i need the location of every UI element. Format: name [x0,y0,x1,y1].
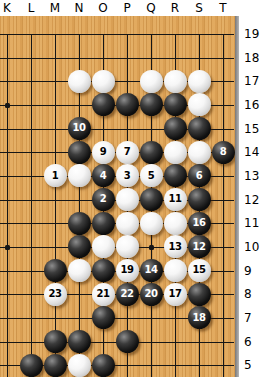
move-number: 20 [145,289,158,299]
stone-white-N17[interactable] [68,70,91,93]
stone-black-L5[interactable] [20,354,43,377]
move-number: 1 [52,171,58,181]
stone-white-R17[interactable] [164,70,187,93]
move-number: 2 [100,194,106,204]
column-labels: KLMNOPQRST [0,0,260,16]
stone-black-N15[interactable]: 10 [68,117,91,140]
stone-white-P10[interactable] [116,235,139,258]
stone-white-Q17[interactable] [140,70,163,93]
move-number: 22 [121,289,134,299]
column-label-S: S [195,1,203,15]
stone-white-S16[interactable] [188,93,211,116]
row-label-6: 6 [244,335,252,349]
stone-black-Q12[interactable] [140,188,163,211]
column-label-Q: Q [146,1,155,15]
stone-black-O9[interactable] [92,259,115,282]
stone-white-Q13[interactable]: 5 [140,164,163,187]
stone-black-O16[interactable] [92,93,115,116]
column-label-N: N [75,1,84,15]
move-number: 17 [169,289,182,299]
stone-white-O8[interactable]: 21 [92,283,115,306]
move-number: 10 [73,123,86,133]
column-label-P: P [123,1,130,15]
stone-white-P11[interactable] [116,212,139,235]
move-number: 4 [100,171,106,181]
stone-white-S14[interactable] [188,141,211,164]
row-label-7: 7 [244,311,252,325]
move-number: 15 [193,265,206,275]
stone-white-M8[interactable]: 23 [44,283,67,306]
stone-black-O12[interactable]: 2 [92,188,115,211]
stone-white-R9[interactable] [164,259,187,282]
move-number: 13 [169,242,182,252]
stone-black-N6[interactable] [68,330,91,353]
move-number: 7 [124,147,130,157]
stone-black-S13[interactable]: 6 [188,164,211,187]
stone-black-M5[interactable] [44,354,67,377]
move-number: 6 [196,171,202,181]
stone-black-Q9[interactable]: 14 [140,259,163,282]
row-label-10: 10 [244,240,259,254]
move-number: 19 [121,265,134,275]
row-label-18: 18 [244,51,259,65]
stone-black-O7[interactable] [92,306,115,329]
stone-white-R11[interactable] [164,212,187,235]
row-label-5: 5 [244,358,252,372]
column-label-M: M [50,1,60,15]
stone-black-N11[interactable] [68,212,91,235]
row-label-12: 12 [244,193,259,207]
stone-black-Q16[interactable] [140,93,163,116]
stone-black-T14[interactable]: 8 [212,141,235,164]
stone-black-P6[interactable] [116,330,139,353]
row-label-13: 13 [244,169,259,183]
stone-black-O13[interactable]: 4 [92,164,115,187]
column-label-R: R [171,1,179,15]
stone-grid: 1097814356211161312191415232122201718 [0,22,235,377]
stone-black-S8[interactable] [188,283,211,306]
move-number: 18 [193,313,206,323]
move-number: 21 [97,289,110,299]
stone-black-N14[interactable] [68,141,91,164]
stone-white-R10[interactable]: 13 [164,235,187,258]
row-label-16: 16 [244,98,259,112]
column-label-O: O [98,1,107,15]
stone-black-S12[interactable] [188,188,211,211]
row-label-19: 19 [244,27,259,41]
move-number: 3 [124,171,130,181]
move-number: 16 [193,218,206,228]
move-number: 5 [148,171,154,181]
row-label-17: 17 [244,74,259,88]
row-labels: 1918171615141312111098765 [239,16,260,377]
stone-black-R13[interactable] [164,164,187,187]
move-number: 9 [100,147,106,157]
stone-white-N13[interactable] [68,164,91,187]
stone-white-P14[interactable]: 7 [116,141,139,164]
stone-black-M6[interactable] [44,330,67,353]
stone-white-M13[interactable]: 1 [44,164,67,187]
go-diagram: KLMNOPQRST 10978143562111613121914152321… [0,0,260,377]
stone-white-R14[interactable] [164,141,187,164]
stone-black-S7[interactable]: 18 [188,306,211,329]
stone-black-S10[interactable]: 12 [188,235,211,258]
row-label-11: 11 [244,216,259,230]
row-label-15: 15 [244,122,259,136]
stone-black-O5[interactable] [92,354,115,377]
move-number: 12 [193,242,206,252]
row-label-9: 9 [244,264,252,278]
stone-black-S15[interactable] [188,117,211,140]
stone-white-Q11[interactable] [140,212,163,235]
stone-white-O10[interactable] [92,235,115,258]
stone-white-S9[interactable]: 15 [188,259,211,282]
stone-black-R15[interactable] [164,117,187,140]
column-label-T: T [219,1,226,15]
move-number: 14 [145,265,158,275]
stone-black-N10[interactable] [68,235,91,258]
stone-black-P16[interactable] [116,93,139,116]
stone-white-S17[interactable] [188,70,211,93]
stone-white-P9[interactable]: 19 [116,259,139,282]
stone-black-M9[interactable] [44,259,67,282]
stone-black-S11[interactable]: 16 [188,212,211,235]
stone-black-Q14[interactable] [140,141,163,164]
stone-black-R16[interactable] [164,93,187,116]
row-label-8: 8 [244,287,252,301]
stone-white-R12[interactable]: 11 [164,188,187,211]
stone-white-R8[interactable]: 17 [164,283,187,306]
stone-white-N5[interactable] [68,354,91,377]
column-label-L: L [28,1,35,15]
move-number: 11 [169,194,182,204]
stone-black-P8[interactable]: 22 [116,283,139,306]
stone-white-O17[interactable] [92,70,115,93]
move-number: 8 [220,147,226,157]
stone-white-P13[interactable]: 3 [116,164,139,187]
row-label-14: 14 [244,145,259,159]
go-board[interactable]: 1097814356211161312191415232122201718 [0,16,235,377]
stone-white-N9[interactable] [68,259,91,282]
stone-white-P12[interactable] [116,188,139,211]
column-label-K: K [3,1,11,15]
stone-black-Q8[interactable]: 20 [140,283,163,306]
stone-black-O11[interactable] [92,212,115,235]
move-number: 23 [49,289,62,299]
stone-white-O14[interactable]: 9 [92,141,115,164]
